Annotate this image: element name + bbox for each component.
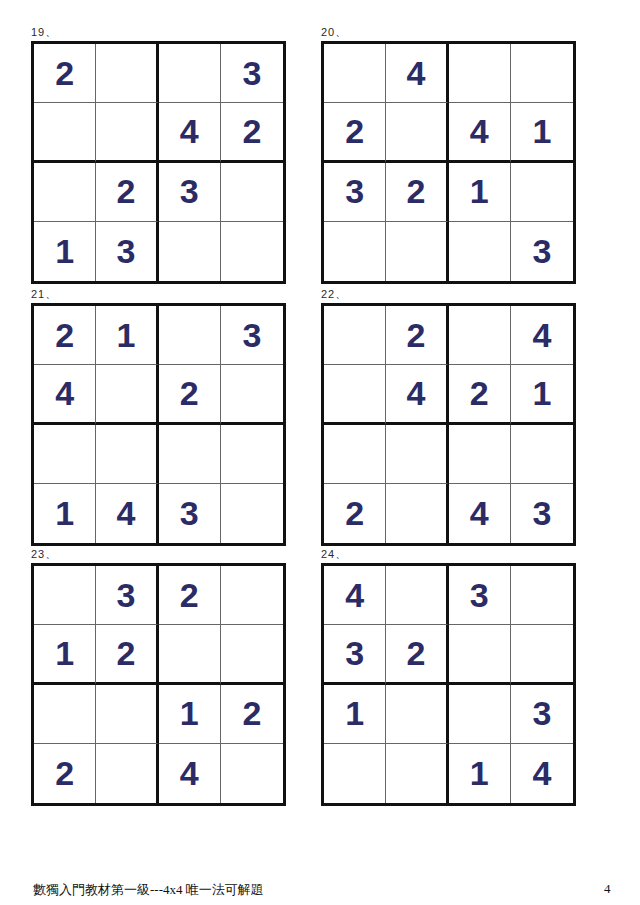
- puzzle-19-cell-r2c3: 4: [159, 103, 221, 162]
- puzzle-21: 21、 21342143: [31, 288, 287, 546]
- puzzle-23-cell-r1c2: 3: [96, 566, 158, 625]
- puzzle-20-cell-r4c4: 3: [511, 222, 573, 281]
- puzzle-20-cell-r2c1: 2: [324, 103, 386, 162]
- puzzle-19-label: 19、: [31, 26, 287, 41]
- puzzle-21-cell-r1c1: 2: [34, 306, 96, 365]
- puzzle-20-cell-r1c3: [449, 44, 511, 103]
- puzzle-19-cell-r3c1: [34, 163, 96, 222]
- puzzle-20-cell-r1c2: 4: [386, 44, 448, 103]
- puzzle-23-cell-r1c1: [34, 566, 96, 625]
- puzzle-19-cell-r1c2: [96, 44, 158, 103]
- sudoku-board-19: 23422313: [31, 41, 286, 284]
- puzzle-19-cell-r4c3: [159, 222, 221, 281]
- puzzle-20-cell-r3c2: 2: [386, 163, 448, 222]
- puzzle-22-cell-r2c4: 1: [511, 365, 573, 424]
- puzzle-22-cell-r3c2: [386, 425, 448, 484]
- puzzle-23-cell-r2c3: [159, 625, 221, 684]
- puzzle-23-cell-r2c4: [221, 625, 283, 684]
- puzzle-23-cell-r3c1: [34, 685, 96, 744]
- puzzle-21-cell-r1c4: 3: [221, 306, 283, 365]
- puzzle-23-cell-r4c3: 4: [159, 744, 221, 803]
- puzzle-22-cell-r4c4: 3: [511, 484, 573, 543]
- puzzle-23-cell-r4c4: [221, 744, 283, 803]
- puzzle-22-label: 22、: [321, 288, 577, 303]
- puzzle-24-label: 24、: [321, 548, 577, 563]
- puzzle-22-cell-r2c3: 2: [449, 365, 511, 424]
- puzzle-21-cell-r1c2: 1: [96, 306, 158, 365]
- sudoku-board-22: 24421243: [321, 303, 576, 546]
- puzzle-19-cell-r2c1: [34, 103, 96, 162]
- puzzle-19-cell-r4c1: 1: [34, 222, 96, 281]
- puzzle-24-cell-r3c2: [386, 685, 448, 744]
- puzzle-23-cell-r2c1: 1: [34, 625, 96, 684]
- puzzle-19-cell-r4c4: [221, 222, 283, 281]
- sudoku-board-20: 42413213: [321, 41, 576, 284]
- puzzle-20-cell-r2c2: [386, 103, 448, 162]
- puzzle-20-cell-r3c3: 1: [449, 163, 511, 222]
- puzzle-22-cell-r4c3: 4: [449, 484, 511, 543]
- puzzle-22-cell-r4c2: [386, 484, 448, 543]
- sudoku-board-21: 21342143: [31, 303, 286, 546]
- puzzle-24-cell-r2c3: [449, 625, 511, 684]
- puzzle-23-cell-r3c4: 2: [221, 685, 283, 744]
- puzzle-19-cell-r3c2: 2: [96, 163, 158, 222]
- puzzle-23-cell-r1c4: [221, 566, 283, 625]
- puzzle-19-cell-r1c1: 2: [34, 44, 96, 103]
- puzzle-23-cell-r3c3: 1: [159, 685, 221, 744]
- puzzle-22-cell-r1c3: [449, 306, 511, 365]
- puzzle-23-cell-r4c2: [96, 744, 158, 803]
- puzzle-24-cell-r1c1: 4: [324, 566, 386, 625]
- puzzle-23: 23、 32121224: [31, 548, 287, 806]
- puzzle-19-cell-r1c4: 3: [221, 44, 283, 103]
- puzzle-22-cell-r3c4: [511, 425, 573, 484]
- puzzle-22-cell-r1c2: 2: [386, 306, 448, 365]
- puzzle-24: 24、 43321314: [321, 548, 577, 806]
- puzzle-21-cell-r2c2: [96, 365, 158, 424]
- puzzle-22-cell-r4c1: 2: [324, 484, 386, 543]
- puzzle-20-cell-r1c1: [324, 44, 386, 103]
- puzzle-22-cell-r2c1: [324, 365, 386, 424]
- puzzle-21-cell-r4c2: 4: [96, 484, 158, 543]
- puzzle-19-cell-r4c2: 3: [96, 222, 158, 281]
- puzzle-22-cell-r3c1: [324, 425, 386, 484]
- puzzle-20-label: 20、: [321, 26, 577, 41]
- puzzle-21-cell-r4c4: [221, 484, 283, 543]
- puzzle-21-cell-r2c1: 4: [34, 365, 96, 424]
- puzzle-21-cell-r3c3: [159, 425, 221, 484]
- puzzle-20-cell-r1c4: [511, 44, 573, 103]
- puzzle-20-cell-r4c3: [449, 222, 511, 281]
- puzzle-23-cell-r1c3: 2: [159, 566, 221, 625]
- puzzle-21-cell-r2c3: 2: [159, 365, 221, 424]
- puzzle-24-cell-r2c4: [511, 625, 573, 684]
- footer-title: 數獨入門教材第一級---4x4 唯一法可解題: [33, 881, 264, 899]
- puzzle-21-cell-r4c1: 1: [34, 484, 96, 543]
- sudoku-board-23: 32121224: [31, 563, 286, 806]
- puzzle-20-cell-r3c4: [511, 163, 573, 222]
- sudoku-board-24: 43321314: [321, 563, 576, 806]
- puzzle-19-cell-r1c3: [159, 44, 221, 103]
- puzzle-24-cell-r1c3: 3: [449, 566, 511, 625]
- puzzle-21-cell-r1c3: [159, 306, 221, 365]
- puzzle-22: 22、 24421243: [321, 288, 577, 546]
- puzzle-22-cell-r2c2: 4: [386, 365, 448, 424]
- puzzle-20-cell-r2c4: 1: [511, 103, 573, 162]
- puzzle-24-cell-r1c4: [511, 566, 573, 625]
- puzzle-21-cell-r3c1: [34, 425, 96, 484]
- puzzle-22-cell-r3c3: [449, 425, 511, 484]
- puzzle-21-cell-r2c4: [221, 365, 283, 424]
- puzzle-19-cell-r3c4: [221, 163, 283, 222]
- puzzle-24-cell-r3c1: 1: [324, 685, 386, 744]
- puzzle-21-cell-r3c4: [221, 425, 283, 484]
- puzzle-24-cell-r4c2: [386, 744, 448, 803]
- puzzle-24-cell-r2c1: 3: [324, 625, 386, 684]
- puzzle-24-cell-r3c3: [449, 685, 511, 744]
- puzzle-20: 20、 42413213: [321, 26, 577, 284]
- puzzle-20-cell-r3c1: 3: [324, 163, 386, 222]
- worksheet-page: 19、 23422313 20、 42413213 21、 21342143 2…: [0, 0, 640, 905]
- puzzle-20-cell-r4c2: [386, 222, 448, 281]
- puzzle-20-cell-r2c3: 4: [449, 103, 511, 162]
- puzzle-19-cell-r3c3: 3: [159, 163, 221, 222]
- puzzle-24-cell-r3c4: 3: [511, 685, 573, 744]
- puzzle-20-cell-r4c1: [324, 222, 386, 281]
- puzzle-23-cell-r3c2: [96, 685, 158, 744]
- puzzle-23-cell-r2c2: 2: [96, 625, 158, 684]
- footer-page-number: 4: [604, 881, 611, 897]
- puzzle-21-label: 21、: [31, 288, 287, 303]
- puzzle-19-cell-r2c4: 2: [221, 103, 283, 162]
- puzzle-24-cell-r1c2: [386, 566, 448, 625]
- puzzle-23-cell-r4c1: 2: [34, 744, 96, 803]
- puzzle-19-cell-r2c2: [96, 103, 158, 162]
- puzzle-21-cell-r3c2: [96, 425, 158, 484]
- puzzle-23-label: 23、: [31, 548, 287, 563]
- puzzle-22-cell-r1c1: [324, 306, 386, 365]
- puzzle-24-cell-r4c4: 4: [511, 744, 573, 803]
- puzzle-21-cell-r4c3: 3: [159, 484, 221, 543]
- puzzle-22-cell-r1c4: 4: [511, 306, 573, 365]
- puzzle-19: 19、 23422313: [31, 26, 287, 284]
- puzzle-24-cell-r4c3: 1: [449, 744, 511, 803]
- puzzle-24-cell-r4c1: [324, 744, 386, 803]
- puzzle-24-cell-r2c2: 2: [386, 625, 448, 684]
